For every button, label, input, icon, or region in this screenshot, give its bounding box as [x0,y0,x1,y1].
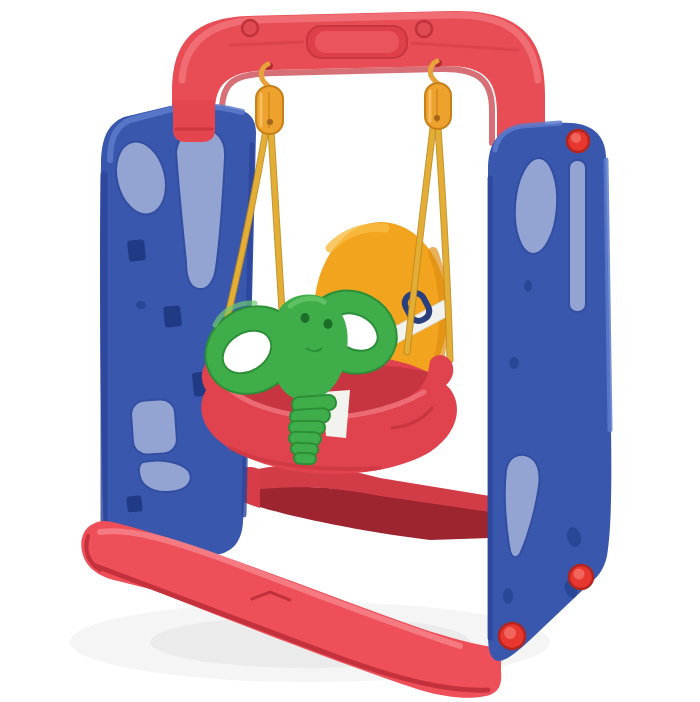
rope-adjuster-left-pin [267,119,273,125]
right-panel-knob-top-highlight [571,133,581,143]
rope-adjuster-right-pin [434,115,440,121]
right-panel-dimple-2 [509,357,519,369]
right-panel-dimple-1 [524,280,532,292]
right-panel-slot-cutout [569,160,586,312]
elephant-eye-right [324,319,333,329]
elephant-trunk-rib-6 [294,452,317,464]
swing-set-illustration [0,0,700,702]
arch-name-plate-inner [315,31,399,53]
right-panel-dimple-5 [503,588,513,604]
left-panel-bottom-blob-cutout [139,460,191,492]
elephant-eye-left [301,313,310,323]
left-panel-square-hole-1 [127,239,146,262]
rear-cross-bar [232,465,490,540]
arch-screw-left [242,20,258,36]
left-panel-bottom-cutout [130,399,178,456]
product-photo [0,0,700,702]
left-panel-dimple [136,301,146,309]
right-panel-knob-middle-highlight [574,569,585,580]
left-panel-square-hole-4 [126,495,143,512]
right-side-panel [488,123,611,661]
right-panel-knob-bottom-highlight [504,627,516,639]
arch-screw-right [416,21,432,37]
arch-leg-cap [173,100,215,142]
left-panel-square-hole-2 [163,305,182,328]
